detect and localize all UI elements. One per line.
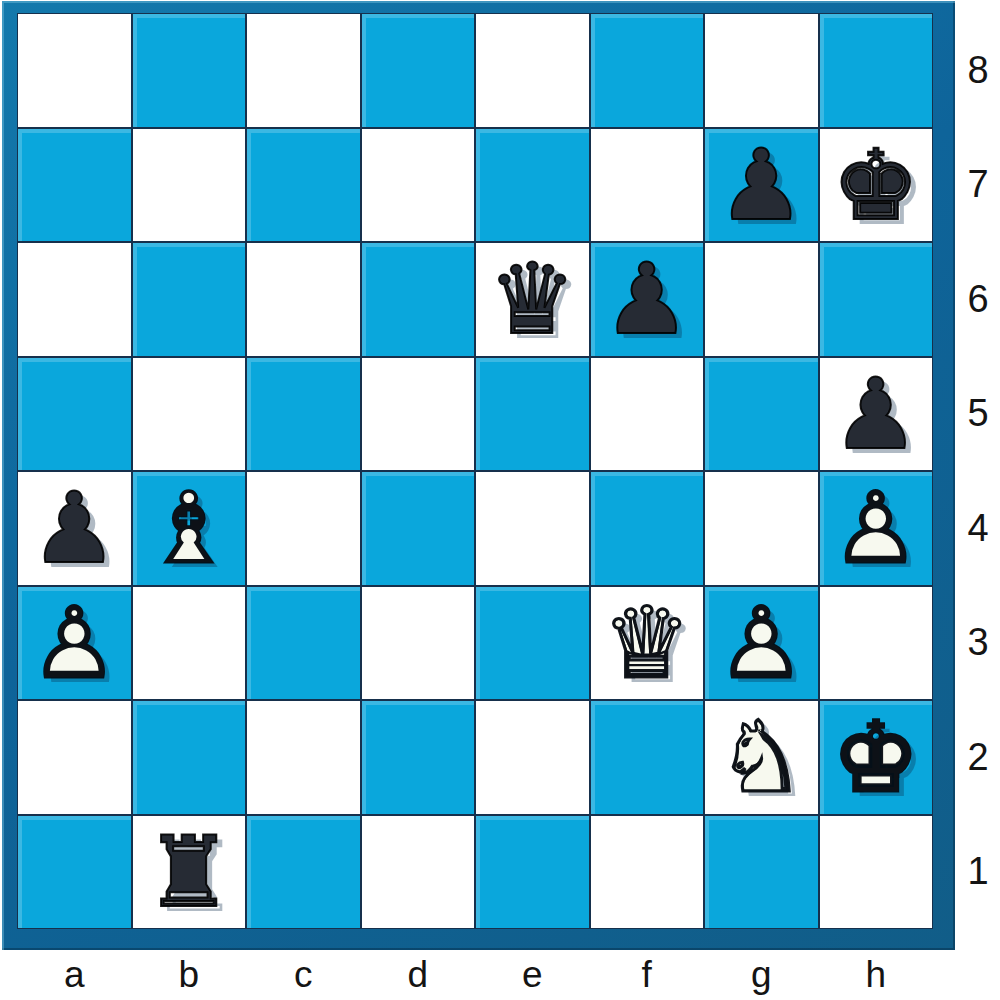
square-e1[interactable]	[475, 815, 590, 930]
square-h4[interactable]: ♟♙	[819, 471, 934, 586]
square-h7[interactable]: ♚	[819, 128, 934, 243]
piece-outline-glyph: ♙	[819, 471, 934, 586]
square-f6[interactable]: ♟	[590, 242, 705, 357]
square-d6[interactable]	[361, 242, 476, 357]
square-h8[interactable]	[819, 13, 934, 128]
square-g8[interactable]	[704, 13, 819, 128]
file-label-b: b	[132, 950, 247, 1000]
rank-label-3: 3	[957, 586, 999, 701]
square-e5[interactable]	[475, 357, 590, 472]
square-e6[interactable]: ♛	[475, 242, 590, 357]
square-e8[interactable]	[475, 13, 590, 128]
file-label-h: h	[819, 950, 934, 1000]
square-b5[interactable]	[132, 357, 247, 472]
square-c5[interactable]	[246, 357, 361, 472]
piece-outline-glyph: ♔	[819, 700, 934, 815]
rank-label-5: 5	[957, 357, 999, 472]
chess-board: ♟♚♛♟♟♟♝♗♟♙♟♙♛♕♟♙♞♘♚♔♜	[17, 13, 933, 929]
square-d4[interactable]	[361, 471, 476, 586]
square-b4[interactable]: ♝♗	[132, 471, 247, 586]
square-e7[interactable]	[475, 128, 590, 243]
square-a2[interactable]	[17, 700, 132, 815]
piece-glyph: ♟	[704, 128, 819, 243]
file-label-f: f	[590, 950, 705, 1000]
black-pawn[interactable]: ♟	[17, 471, 132, 586]
square-g3[interactable]: ♟♙	[704, 586, 819, 701]
square-g1[interactable]	[704, 815, 819, 930]
square-c4[interactable]	[246, 471, 361, 586]
square-a1[interactable]	[17, 815, 132, 930]
square-b8[interactable]	[132, 13, 247, 128]
black-queen[interactable]: ♛	[475, 242, 590, 357]
square-e2[interactable]	[475, 700, 590, 815]
piece-glyph: ♜	[132, 815, 247, 930]
white-knight[interactable]: ♞♘	[704, 700, 819, 815]
rank-label-7: 7	[957, 128, 999, 243]
piece-outline-glyph: ♗	[132, 471, 247, 586]
piece-glyph: ♟	[819, 357, 934, 472]
square-f8[interactable]	[590, 13, 705, 128]
rank-label-8: 8	[957, 13, 999, 128]
rank-label-6: 6	[957, 242, 999, 357]
white-queen[interactable]: ♛♕	[590, 586, 705, 701]
piece-outline-glyph: ♘	[704, 700, 819, 815]
square-d2[interactable]	[361, 700, 476, 815]
square-e3[interactable]	[475, 586, 590, 701]
rank-label-2: 2	[957, 700, 999, 815]
black-pawn[interactable]: ♟	[819, 357, 934, 472]
piece-glyph: ♟	[17, 471, 132, 586]
square-g4[interactable]	[704, 471, 819, 586]
square-b6[interactable]	[132, 242, 247, 357]
black-rook[interactable]: ♜	[132, 815, 247, 930]
square-h6[interactable]	[819, 242, 934, 357]
square-a3[interactable]: ♟♙	[17, 586, 132, 701]
file-label-g: g	[704, 950, 819, 1000]
square-d3[interactable]	[361, 586, 476, 701]
board-frame: ♟♚♛♟♟♟♝♗♟♙♟♙♛♕♟♙♞♘♚♔♜	[2, 1, 955, 950]
square-a8[interactable]	[17, 13, 132, 128]
piece-glyph: ♛	[475, 242, 590, 357]
rank-label-1: 1	[957, 815, 999, 930]
square-a7[interactable]	[17, 128, 132, 243]
square-h3[interactable]	[819, 586, 934, 701]
square-g7[interactable]: ♟	[704, 128, 819, 243]
square-b1[interactable]: ♜	[132, 815, 247, 930]
file-label-d: d	[361, 950, 476, 1000]
square-g5[interactable]	[704, 357, 819, 472]
white-bishop[interactable]: ♝♗	[132, 471, 247, 586]
square-c7[interactable]	[246, 128, 361, 243]
square-b2[interactable]	[132, 700, 247, 815]
square-f5[interactable]	[590, 357, 705, 472]
square-c1[interactable]	[246, 815, 361, 930]
rank-label-4: 4	[957, 471, 999, 586]
square-a6[interactable]	[17, 242, 132, 357]
square-d7[interactable]	[361, 128, 476, 243]
square-e4[interactable]	[475, 471, 590, 586]
square-b3[interactable]	[132, 586, 247, 701]
square-d8[interactable]	[361, 13, 476, 128]
black-pawn[interactable]: ♟	[704, 128, 819, 243]
square-a5[interactable]	[17, 357, 132, 472]
chess-diagram: ♟♚♛♟♟♟♝♗♟♙♟♙♛♕♟♙♞♘♚♔♜ abcdefgh 87654321	[0, 0, 1000, 1000]
square-h2[interactable]: ♚♔	[819, 700, 934, 815]
square-h1[interactable]	[819, 815, 934, 930]
white-pawn[interactable]: ♟♙	[704, 586, 819, 701]
square-f7[interactable]	[590, 128, 705, 243]
square-c3[interactable]	[246, 586, 361, 701]
square-d1[interactable]	[361, 815, 476, 930]
rank-labels: 87654321	[957, 13, 999, 929]
square-f4[interactable]	[590, 471, 705, 586]
square-c2[interactable]	[246, 700, 361, 815]
piece-glyph: ♚	[819, 128, 934, 243]
square-c6[interactable]	[246, 242, 361, 357]
square-a4[interactable]: ♟	[17, 471, 132, 586]
piece-glyph: ♟	[590, 242, 705, 357]
square-c8[interactable]	[246, 13, 361, 128]
square-b7[interactable]	[132, 128, 247, 243]
piece-outline-glyph: ♙	[704, 586, 819, 701]
square-f1[interactable]	[590, 815, 705, 930]
file-label-e: e	[475, 950, 590, 1000]
white-pawn[interactable]: ♟♙	[819, 471, 934, 586]
black-king[interactable]: ♚	[819, 128, 934, 243]
white-pawn[interactable]: ♟♙	[17, 586, 132, 701]
square-h5[interactable]: ♟	[819, 357, 934, 472]
white-king[interactable]: ♚♔	[819, 700, 934, 815]
square-f2[interactable]	[590, 700, 705, 815]
file-label-a: a	[17, 950, 132, 1000]
file-label-c: c	[246, 950, 361, 1000]
square-g2[interactable]: ♞♘	[704, 700, 819, 815]
file-labels: abcdefgh	[17, 950, 933, 1000]
black-pawn[interactable]: ♟	[590, 242, 705, 357]
piece-outline-glyph: ♕	[590, 586, 705, 701]
square-d5[interactable]	[361, 357, 476, 472]
square-f3[interactable]: ♛♕	[590, 586, 705, 701]
piece-outline-glyph: ♙	[17, 586, 132, 701]
square-g6[interactable]	[704, 242, 819, 357]
